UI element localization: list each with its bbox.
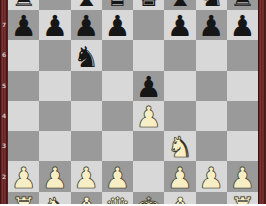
square-b6[interactable]: [39, 40, 70, 70]
rank-label-7: 7: [0, 21, 8, 29]
square-d7[interactable]: ♟: [102, 10, 133, 40]
piece-white-pawn[interactable]: ♟: [136, 102, 162, 132]
square-e8[interactable]: ♚: [133, 0, 164, 10]
square-g3[interactable]: [196, 131, 227, 161]
square-e6[interactable]: [133, 40, 164, 70]
square-c4[interactable]: [71, 101, 102, 131]
square-f5[interactable]: [164, 71, 195, 101]
square-b5[interactable]: [39, 71, 70, 101]
piece-white-pawn[interactable]: ♟: [104, 163, 130, 193]
bottom-page-edge: [0, 204, 266, 206]
square-a4[interactable]: [8, 101, 39, 131]
square-g7[interactable]: ♟: [196, 10, 227, 40]
square-h4[interactable]: [227, 101, 258, 131]
square-d3[interactable]: [102, 131, 133, 161]
rank-label-2: 2: [0, 173, 8, 181]
square-f3[interactable]: ♞: [164, 131, 195, 161]
square-h2[interactable]: ♟: [227, 161, 258, 191]
square-c3[interactable]: [71, 131, 102, 161]
square-c5[interactable]: [71, 71, 102, 101]
piece-black-pawn[interactable]: ♟: [198, 11, 224, 41]
square-g4[interactable]: [196, 101, 227, 131]
chess-board-screenshot: ♜♝♛♚♝♞♜♟♟♟♟♟♟♟♞♟♟♞♟♟♟♟♟♟♟♜♞♝♛♚♝♜ 765432: [0, 0, 266, 206]
square-f7[interactable]: ♟: [164, 10, 195, 40]
piece-black-pawn[interactable]: ♟: [73, 11, 99, 41]
square-b4[interactable]: [39, 101, 70, 131]
piece-black-knight[interactable]: ♞: [73, 42, 99, 72]
square-e3[interactable]: [133, 131, 164, 161]
square-h3[interactable]: [227, 131, 258, 161]
board-right-rail: [258, 0, 266, 206]
square-a5[interactable]: [8, 71, 39, 101]
square-d6[interactable]: [102, 40, 133, 70]
piece-black-pawn[interactable]: ♟: [104, 11, 130, 41]
piece-white-pawn[interactable]: ♟: [11, 163, 37, 193]
rank-label-3: 3: [0, 142, 8, 150]
square-g2[interactable]: ♟: [196, 161, 227, 191]
piece-white-knight[interactable]: ♞: [167, 132, 193, 162]
square-e4[interactable]: ♟: [133, 101, 164, 131]
square-h5[interactable]: [227, 71, 258, 101]
square-b7[interactable]: ♟: [39, 10, 70, 40]
piece-white-pawn[interactable]: ♟: [42, 163, 68, 193]
piece-black-pawn[interactable]: ♟: [42, 11, 68, 41]
rank-label-4: 4: [0, 112, 8, 120]
square-f6[interactable]: [164, 40, 195, 70]
piece-black-pawn[interactable]: ♟: [167, 11, 193, 41]
square-d2[interactable]: ♟: [102, 161, 133, 191]
square-a3[interactable]: [8, 131, 39, 161]
piece-black-pawn[interactable]: ♟: [11, 11, 37, 41]
piece-white-pawn[interactable]: ♟: [198, 163, 224, 193]
square-a2[interactable]: ♟: [8, 161, 39, 191]
square-e5[interactable]: ♟: [133, 71, 164, 101]
piece-white-pawn[interactable]: ♟: [167, 163, 193, 193]
piece-black-pawn[interactable]: ♟: [136, 72, 162, 102]
square-d4[interactable]: [102, 101, 133, 131]
square-b3[interactable]: [39, 131, 70, 161]
chess-board[interactable]: ♜♝♛♚♝♞♜♟♟♟♟♟♟♟♞♟♟♞♟♟♟♟♟♟♟♜♞♝♛♚♝♜: [8, 0, 258, 206]
square-c6[interactable]: ♞: [71, 40, 102, 70]
piece-white-pawn[interactable]: ♟: [229, 163, 255, 193]
rank-label-5: 5: [0, 82, 8, 90]
square-d5[interactable]: [102, 71, 133, 101]
square-a7[interactable]: ♟: [8, 10, 39, 40]
square-f4[interactable]: [164, 101, 195, 131]
square-b2[interactable]: ♟: [39, 161, 70, 191]
square-a6[interactable]: [8, 40, 39, 70]
square-e2[interactable]: [133, 161, 164, 191]
square-g6[interactable]: [196, 40, 227, 70]
piece-white-pawn[interactable]: ♟: [73, 163, 99, 193]
rank-label-6: 6: [0, 51, 8, 59]
square-c2[interactable]: ♟: [71, 161, 102, 191]
square-c7[interactable]: ♟: [71, 10, 102, 40]
square-g5[interactable]: [196, 71, 227, 101]
square-h7[interactable]: ♟: [227, 10, 258, 40]
piece-black-pawn[interactable]: ♟: [229, 11, 255, 41]
square-f2[interactable]: ♟: [164, 161, 195, 191]
square-e7[interactable]: [133, 10, 164, 40]
square-h6[interactable]: [227, 40, 258, 70]
